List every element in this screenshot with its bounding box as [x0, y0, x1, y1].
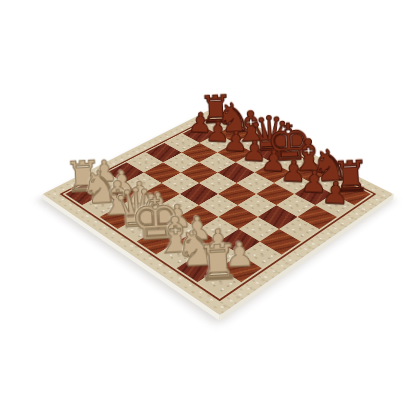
- black-pawn-glyph: ♟: [300, 176, 371, 210]
- scene: ♜♞♟♝♟♛♟♚♟♝♟♞♟♟♜♟♟♜♟♟♞♟♝♟♛♟♚♟♝♟♞♜: [0, 0, 416, 416]
- chess-set-product-photo: ♜♞♟♝♟♛♟♚♟♝♟♞♟♟♜♟♟♜♟♟♞♟♝♟♛♟♚♟♝♟♞♜: [0, 0, 416, 416]
- square-h7: ♟: [315, 194, 354, 217]
- square-h1: ♜: [198, 268, 241, 297]
- board-grid: ♜♞♟♝♟♛♟♚♟♝♟♞♟♟♜♟♟♜♟♟♞♟♝♟♛♟♚♟♝♟♞♜: [65, 116, 370, 297]
- white-rook-glyph: ♜: [178, 237, 258, 289]
- chess-board: ♜♞♟♝♟♛♟♚♟♝♟♞♟♟♜♟♟♜♟♟♞♟♝♟♛♟♚♟♝♟♞♜: [43, 106, 394, 315]
